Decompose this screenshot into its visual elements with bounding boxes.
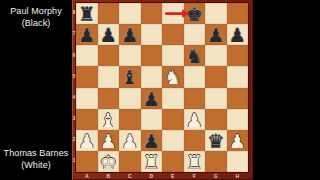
square-c6 (119, 45, 141, 66)
square-f4 (184, 88, 206, 109)
square-h6 (227, 45, 249, 66)
square-g6 (205, 45, 227, 66)
square-f6: ♞ (184, 45, 206, 66)
rank-label-8: 8 (72, 11, 76, 16)
square-d2: ♟ (141, 130, 163, 151)
square-b7: ♟ (98, 24, 120, 45)
square-f1: ♜ (184, 151, 206, 172)
square-a6 (76, 45, 98, 66)
file-label-h: H (227, 174, 249, 179)
square-d4: ♟ (141, 88, 163, 109)
square-a2: ♟ (76, 130, 98, 151)
square-b4 (98, 88, 120, 109)
white-pawn-a2: ♟ (78, 131, 95, 150)
square-h1 (227, 151, 249, 172)
black-bishop-c5: ♝ (121, 68, 138, 87)
white-king-b1: ♚ (100, 152, 117, 171)
square-b8 (98, 3, 120, 24)
square-e6 (162, 45, 184, 66)
square-d1: ♜ (141, 151, 163, 172)
file-label-a: A (76, 174, 98, 179)
square-d3 (141, 109, 163, 130)
player-black-name: Paul Morphy (0, 6, 72, 18)
square-g8 (205, 3, 227, 24)
file-label-c: C (119, 174, 141, 179)
board-squares: ♜♚♟♟♟♟♟♞♝♞♟♝♟♟♟♟♟♛♟♚♜♜ (76, 3, 248, 172)
square-e5: ♞ (162, 66, 184, 87)
square-e7 (162, 24, 184, 45)
player-black-side: (Black) (0, 18, 72, 30)
rank-label-6: 6 (72, 54, 76, 59)
white-pawn-c2: ♟ (121, 131, 138, 150)
black-rook-a8: ♜ (78, 5, 95, 24)
file-label-d: D (141, 174, 163, 179)
square-b1: ♚ (98, 151, 120, 172)
square-c4 (119, 88, 141, 109)
player-white-name: Thomas Barnes (0, 148, 72, 160)
square-g4 (205, 88, 227, 109)
square-g5 (205, 66, 227, 87)
black-queen-g2: ♛ (207, 131, 224, 150)
square-b2: ♟ (98, 130, 120, 151)
rank-label-3: 3 (72, 117, 76, 122)
square-a5 (76, 66, 98, 87)
player-white-label: Thomas Barnes (White) (0, 148, 72, 171)
square-b3: ♝ (98, 109, 120, 130)
white-knight-e5: ♞ (164, 68, 181, 87)
square-a3 (76, 109, 98, 130)
square-e3 (162, 109, 184, 130)
white-pawn-h2: ♟ (229, 131, 246, 150)
black-pawn-c7: ♟ (121, 26, 138, 45)
black-pawn-a7: ♟ (78, 26, 95, 45)
square-c2: ♟ (119, 130, 141, 151)
square-h4 (227, 88, 249, 109)
white-pawn-f3: ♟ (186, 110, 203, 129)
rank-label-7: 7 (72, 32, 76, 37)
square-d8 (141, 3, 163, 24)
rank-label-5: 5 (72, 75, 76, 80)
square-b6 (98, 45, 120, 66)
square-d5 (141, 66, 163, 87)
black-pawn-b7: ♟ (100, 26, 117, 45)
square-a4 (76, 88, 98, 109)
video-frame: Paul Morphy (Black) Thomas Barnes (White… (0, 0, 320, 180)
square-h8 (227, 3, 249, 24)
black-pawn-d2: ♟ (143, 131, 160, 150)
rank-label-2: 2 (72, 138, 76, 143)
square-c3 (119, 109, 141, 130)
square-h5 (227, 66, 249, 87)
chess-board: ♜♚♟♟♟♟♟♞♝♞♟♝♟♟♟♟♟♛♟♚♜♜ 87654321 ABCDEFGH (72, 0, 253, 180)
square-g2: ♛ (205, 130, 227, 151)
square-g1 (205, 151, 227, 172)
white-bishop-b3: ♝ (100, 110, 117, 129)
square-c7: ♟ (119, 24, 141, 45)
square-h3 (227, 109, 249, 130)
square-c8 (119, 3, 141, 24)
player-black-label: Paul Morphy (Black) (0, 6, 72, 29)
square-d6 (141, 45, 163, 66)
square-e4 (162, 88, 184, 109)
white-rook-f1: ♜ (186, 152, 203, 171)
square-e8 (162, 3, 184, 24)
player-white-side: (White) (0, 160, 72, 172)
black-pawn-g7: ♟ (207, 26, 224, 45)
square-f3: ♟ (184, 109, 206, 130)
square-g7: ♟ (205, 24, 227, 45)
file-label-f: F (184, 174, 206, 179)
square-f5 (184, 66, 206, 87)
square-e1 (162, 151, 184, 172)
black-king-f8: ♚ (186, 5, 203, 24)
square-b5 (98, 66, 120, 87)
square-c5: ♝ (119, 66, 141, 87)
square-f2 (184, 130, 206, 151)
square-a8: ♜ (76, 3, 98, 24)
rank-label-1: 1 (72, 159, 76, 164)
square-h2: ♟ (227, 130, 249, 151)
file-label-g: G (205, 174, 227, 179)
file-label-e: E (162, 174, 184, 179)
square-g3 (205, 109, 227, 130)
white-rook-d1: ♜ (143, 152, 160, 171)
square-f8: ♚ (184, 3, 206, 24)
square-c1 (119, 151, 141, 172)
square-d7 (141, 24, 163, 45)
white-pawn-b2: ♟ (100, 131, 117, 150)
square-a1 (76, 151, 98, 172)
black-pawn-h7: ♟ (229, 26, 246, 45)
square-e2 (162, 130, 184, 151)
square-f7 (184, 24, 206, 45)
black-pawn-d4: ♟ (143, 89, 160, 108)
rank-label-4: 4 (72, 96, 76, 101)
square-a7: ♟ (76, 24, 98, 45)
file-label-b: B (98, 174, 120, 179)
square-h7: ♟ (227, 24, 249, 45)
black-knight-f6: ♞ (186, 47, 203, 66)
